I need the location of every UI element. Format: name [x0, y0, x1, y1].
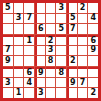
cell-r4c4[interactable] [35, 35, 45, 45]
cell-r1c4[interactable] [35, 3, 45, 13]
cell-r1c3[interactable] [24, 3, 34, 13]
cell-r1c9[interactable] [88, 3, 98, 13]
cell-r8c8[interactable]: 7 [78, 78, 88, 88]
cell-r3c7[interactable]: 7 [67, 24, 77, 34]
cell-r9c4[interactable]: 3 [35, 88, 45, 98]
cell-r3c5[interactable] [46, 24, 56, 34]
cell-r9c7[interactable] [67, 88, 77, 98]
cell-r9c3[interactable] [24, 88, 34, 98]
cell-r3c6[interactable]: 5 [56, 24, 66, 34]
cell-r8c2[interactable] [14, 78, 24, 88]
cell-r1c6[interactable]: 3 [56, 3, 66, 13]
cell-r5c5[interactable]: 3 [46, 46, 56, 56]
cell-r8c7[interactable]: 9 [67, 78, 77, 88]
cell-r7c5[interactable] [46, 67, 56, 77]
cell-r6c4[interactable] [35, 56, 45, 66]
cell-r4c5[interactable]: 2 [46, 35, 56, 45]
cell-r4c9[interactable]: 6 [88, 35, 98, 45]
cell-r8c5[interactable] [46, 78, 56, 88]
cell-r2c8[interactable] [78, 14, 88, 24]
cell-r1c1[interactable]: 5 [3, 3, 13, 13]
cell-r9c2[interactable]: 1 [14, 88, 24, 98]
cell-r3c1[interactable] [3, 24, 13, 34]
cell-r9c5[interactable] [46, 88, 56, 98]
cell-r6c2[interactable] [14, 56, 24, 66]
cell-r3c2[interactable] [14, 24, 24, 34]
cell-r3c3[interactable] [24, 24, 34, 34]
cell-r1c7[interactable] [67, 3, 77, 13]
cell-r2c6[interactable] [56, 14, 66, 24]
cell-r8c1[interactable]: 3 [3, 78, 13, 88]
cell-r6c1[interactable]: 9 [3, 56, 13, 66]
cell-r5c1[interactable]: 7 [3, 46, 13, 56]
cell-r5c7[interactable] [67, 46, 77, 56]
cell-r6c8[interactable] [78, 56, 88, 66]
cell-r8c4[interactable] [35, 78, 45, 88]
cell-r5c9[interactable]: 9 [88, 46, 98, 56]
cell-r6c9[interactable] [88, 56, 98, 66]
cell-r6c5[interactable]: 8 [46, 56, 56, 66]
cell-r7c2[interactable] [14, 67, 24, 77]
cell-r2c2[interactable]: 3 [14, 14, 24, 24]
cell-r2c9[interactable]: 4 [88, 14, 98, 24]
cell-r1c8[interactable]: 2 [78, 3, 88, 13]
cell-r1c5[interactable] [46, 3, 56, 13]
cell-r5c3[interactable] [24, 46, 34, 56]
cell-r7c8[interactable] [78, 67, 88, 77]
sudoku-board: 53237546571267399826983497132 [0, 0, 101, 101]
cell-r2c3[interactable]: 7 [24, 14, 34, 24]
cell-r8c3[interactable]: 4 [24, 78, 34, 88]
cell-r4c7[interactable] [67, 35, 77, 45]
cell-r3c8[interactable] [78, 24, 88, 34]
cell-r9c1[interactable] [3, 88, 13, 98]
cell-r5c2[interactable] [14, 46, 24, 56]
cell-r4c1[interactable] [3, 35, 13, 45]
cell-r4c8[interactable] [78, 35, 88, 45]
cell-r9c8[interactable] [78, 88, 88, 98]
cell-r6c7[interactable]: 2 [67, 56, 77, 66]
cell-r7c3[interactable]: 6 [24, 67, 34, 77]
cell-r7c7[interactable] [67, 67, 77, 77]
cell-r3c4[interactable]: 6 [35, 24, 45, 34]
cell-r4c2[interactable] [14, 35, 24, 45]
cell-r2c7[interactable]: 5 [67, 14, 77, 24]
cell-r9c9[interactable]: 2 [88, 88, 98, 98]
cell-r2c4[interactable] [35, 14, 45, 24]
cell-r6c3[interactable] [24, 56, 34, 66]
cell-r7c4[interactable]: 9 [35, 67, 45, 77]
cell-r5c8[interactable] [78, 46, 88, 56]
cell-r2c1[interactable] [3, 14, 13, 24]
cell-r2c5[interactable] [46, 14, 56, 24]
cell-r8c9[interactable] [88, 78, 98, 88]
cell-r8c6[interactable] [56, 78, 66, 88]
cell-r6c6[interactable] [56, 56, 66, 66]
cell-r1c2[interactable] [14, 3, 24, 13]
cell-r5c6[interactable] [56, 46, 66, 56]
cell-r7c6[interactable]: 8 [56, 67, 66, 77]
cell-r4c3[interactable]: 1 [24, 35, 34, 45]
cell-r4c6[interactable] [56, 35, 66, 45]
cell-r7c1[interactable] [3, 67, 13, 77]
cell-r7c9[interactable] [88, 67, 98, 77]
cell-r5c4[interactable] [35, 46, 45, 56]
cell-r3c9[interactable] [88, 24, 98, 34]
cell-r9c6[interactable] [56, 88, 66, 98]
